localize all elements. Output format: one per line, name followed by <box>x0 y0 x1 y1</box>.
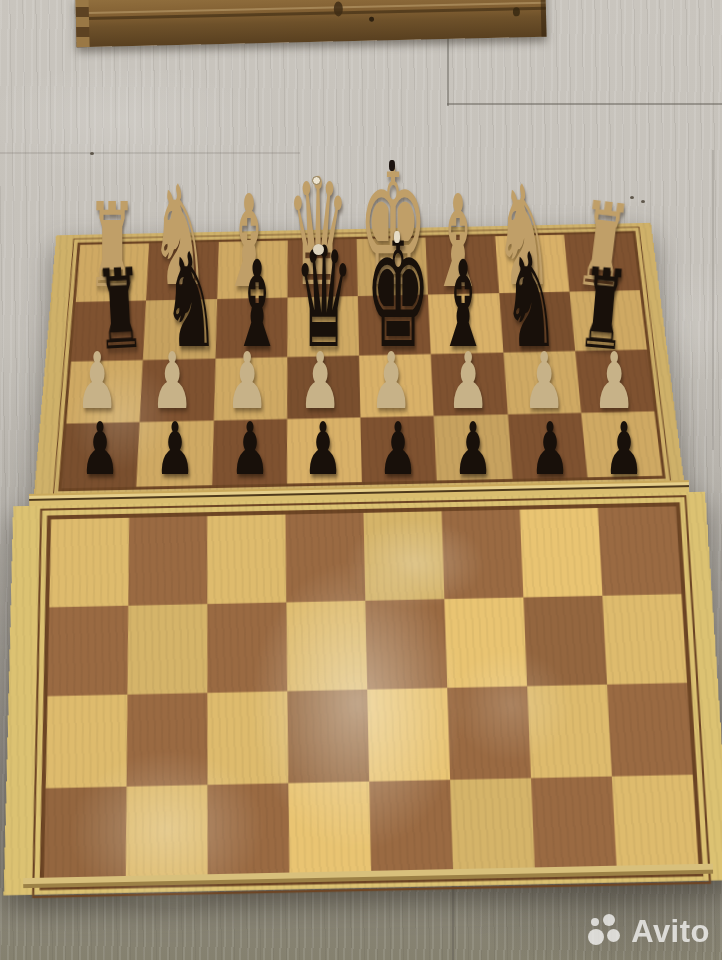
square-e8[interactable] <box>369 779 453 874</box>
square-c2[interactable] <box>215 298 287 359</box>
square-c6[interactable] <box>207 602 287 693</box>
square-e6[interactable] <box>365 599 447 690</box>
square-d5[interactable] <box>285 513 365 602</box>
chess-pieces-box <box>75 0 546 47</box>
square-c5[interactable] <box>207 515 286 604</box>
chess-board <box>7 185 713 891</box>
square-a7[interactable] <box>46 695 128 788</box>
square-a2[interactable] <box>71 301 146 362</box>
square-d2[interactable] <box>287 296 359 357</box>
square-c3[interactable] <box>213 357 287 420</box>
square-e5[interactable] <box>363 511 444 600</box>
square-b2[interactable] <box>143 299 217 360</box>
floor-plank-seam <box>447 103 722 105</box>
square-b8[interactable] <box>126 784 208 879</box>
square-h3[interactable] <box>575 350 654 413</box>
square-f3[interactable] <box>431 353 507 416</box>
square-g5[interactable] <box>520 508 603 597</box>
square-f4[interactable] <box>434 414 512 480</box>
square-g4[interactable] <box>507 413 587 479</box>
square-g3[interactable] <box>503 351 581 414</box>
square-c4[interactable] <box>212 419 287 485</box>
square-c1[interactable] <box>217 241 288 300</box>
square-a6[interactable] <box>48 605 129 696</box>
light-king-black-finial <box>389 160 395 171</box>
square-g2[interactable] <box>499 292 575 353</box>
square-h6[interactable] <box>602 594 687 685</box>
square-b3[interactable] <box>140 359 215 423</box>
square-b1[interactable] <box>146 242 218 301</box>
square-f2[interactable] <box>428 293 503 354</box>
square-c7[interactable] <box>207 691 288 784</box>
board-bottom-half <box>4 492 722 896</box>
square-b5[interactable] <box>128 516 207 605</box>
square-f1[interactable] <box>426 236 499 294</box>
box-end-edge <box>540 0 546 37</box>
box-wood-knot <box>513 7 520 16</box>
box-finger-joints <box>75 0 89 47</box>
box-wood-knot <box>334 1 343 16</box>
square-a1[interactable] <box>76 244 149 303</box>
square-b6[interactable] <box>127 603 207 694</box>
square-f7[interactable] <box>447 686 531 779</box>
square-d8[interactable] <box>288 781 371 876</box>
black-king-bone-finial <box>394 231 400 243</box>
square-e1[interactable] <box>356 238 428 296</box>
square-h1[interactable] <box>564 233 640 291</box>
square-h2[interactable] <box>569 290 647 351</box>
board-top-half <box>34 222 684 493</box>
light-queen-top-inlay <box>312 176 321 185</box>
square-g1[interactable] <box>495 235 570 293</box>
watermark-text: Avito <box>631 914 710 950</box>
avito-logo-icon <box>588 914 624 950</box>
box-nail-dot <box>369 17 374 22</box>
square-a4[interactable] <box>61 422 140 488</box>
square-b4[interactable] <box>136 421 213 487</box>
square-f5[interactable] <box>442 510 524 599</box>
square-b7[interactable] <box>127 693 208 786</box>
square-e3[interactable] <box>359 354 434 417</box>
square-a8[interactable] <box>44 786 127 881</box>
square-f6[interactable] <box>444 597 527 688</box>
square-h7[interactable] <box>607 683 693 776</box>
square-g6[interactable] <box>523 595 607 686</box>
square-g8[interactable] <box>531 776 617 871</box>
square-f8[interactable] <box>450 778 535 873</box>
square-h4[interactable] <box>581 411 662 477</box>
square-d7[interactable] <box>287 690 369 783</box>
floor-plank-seam <box>0 152 300 154</box>
square-a3[interactable] <box>66 360 143 424</box>
square-h5[interactable] <box>598 506 682 595</box>
square-d6[interactable] <box>286 600 367 691</box>
square-g7[interactable] <box>527 684 612 777</box>
black-queen-bone-ball-finial <box>313 244 324 255</box>
avito-watermark: Avito <box>588 914 710 950</box>
square-h8[interactable] <box>612 774 699 869</box>
square-d4[interactable] <box>287 417 362 483</box>
square-e7[interactable] <box>367 688 450 781</box>
board-top-squares <box>58 231 665 491</box>
square-e2[interactable] <box>358 295 431 356</box>
floor-plank-seam <box>712 150 714 450</box>
floor-speck <box>90 152 94 155</box>
photo-scene: ♜♞♝♛♚♝♞♜♜♞♝♛♚♝♞♜♟♟♟♟♟♟♟♟♟♟♟♟♟♟♟♟ Avito <box>0 0 722 960</box>
square-c8[interactable] <box>207 783 289 878</box>
board-bottom-squares <box>40 502 704 890</box>
square-e4[interactable] <box>360 416 437 482</box>
square-a5[interactable] <box>49 518 129 607</box>
square-d3[interactable] <box>287 356 361 419</box>
